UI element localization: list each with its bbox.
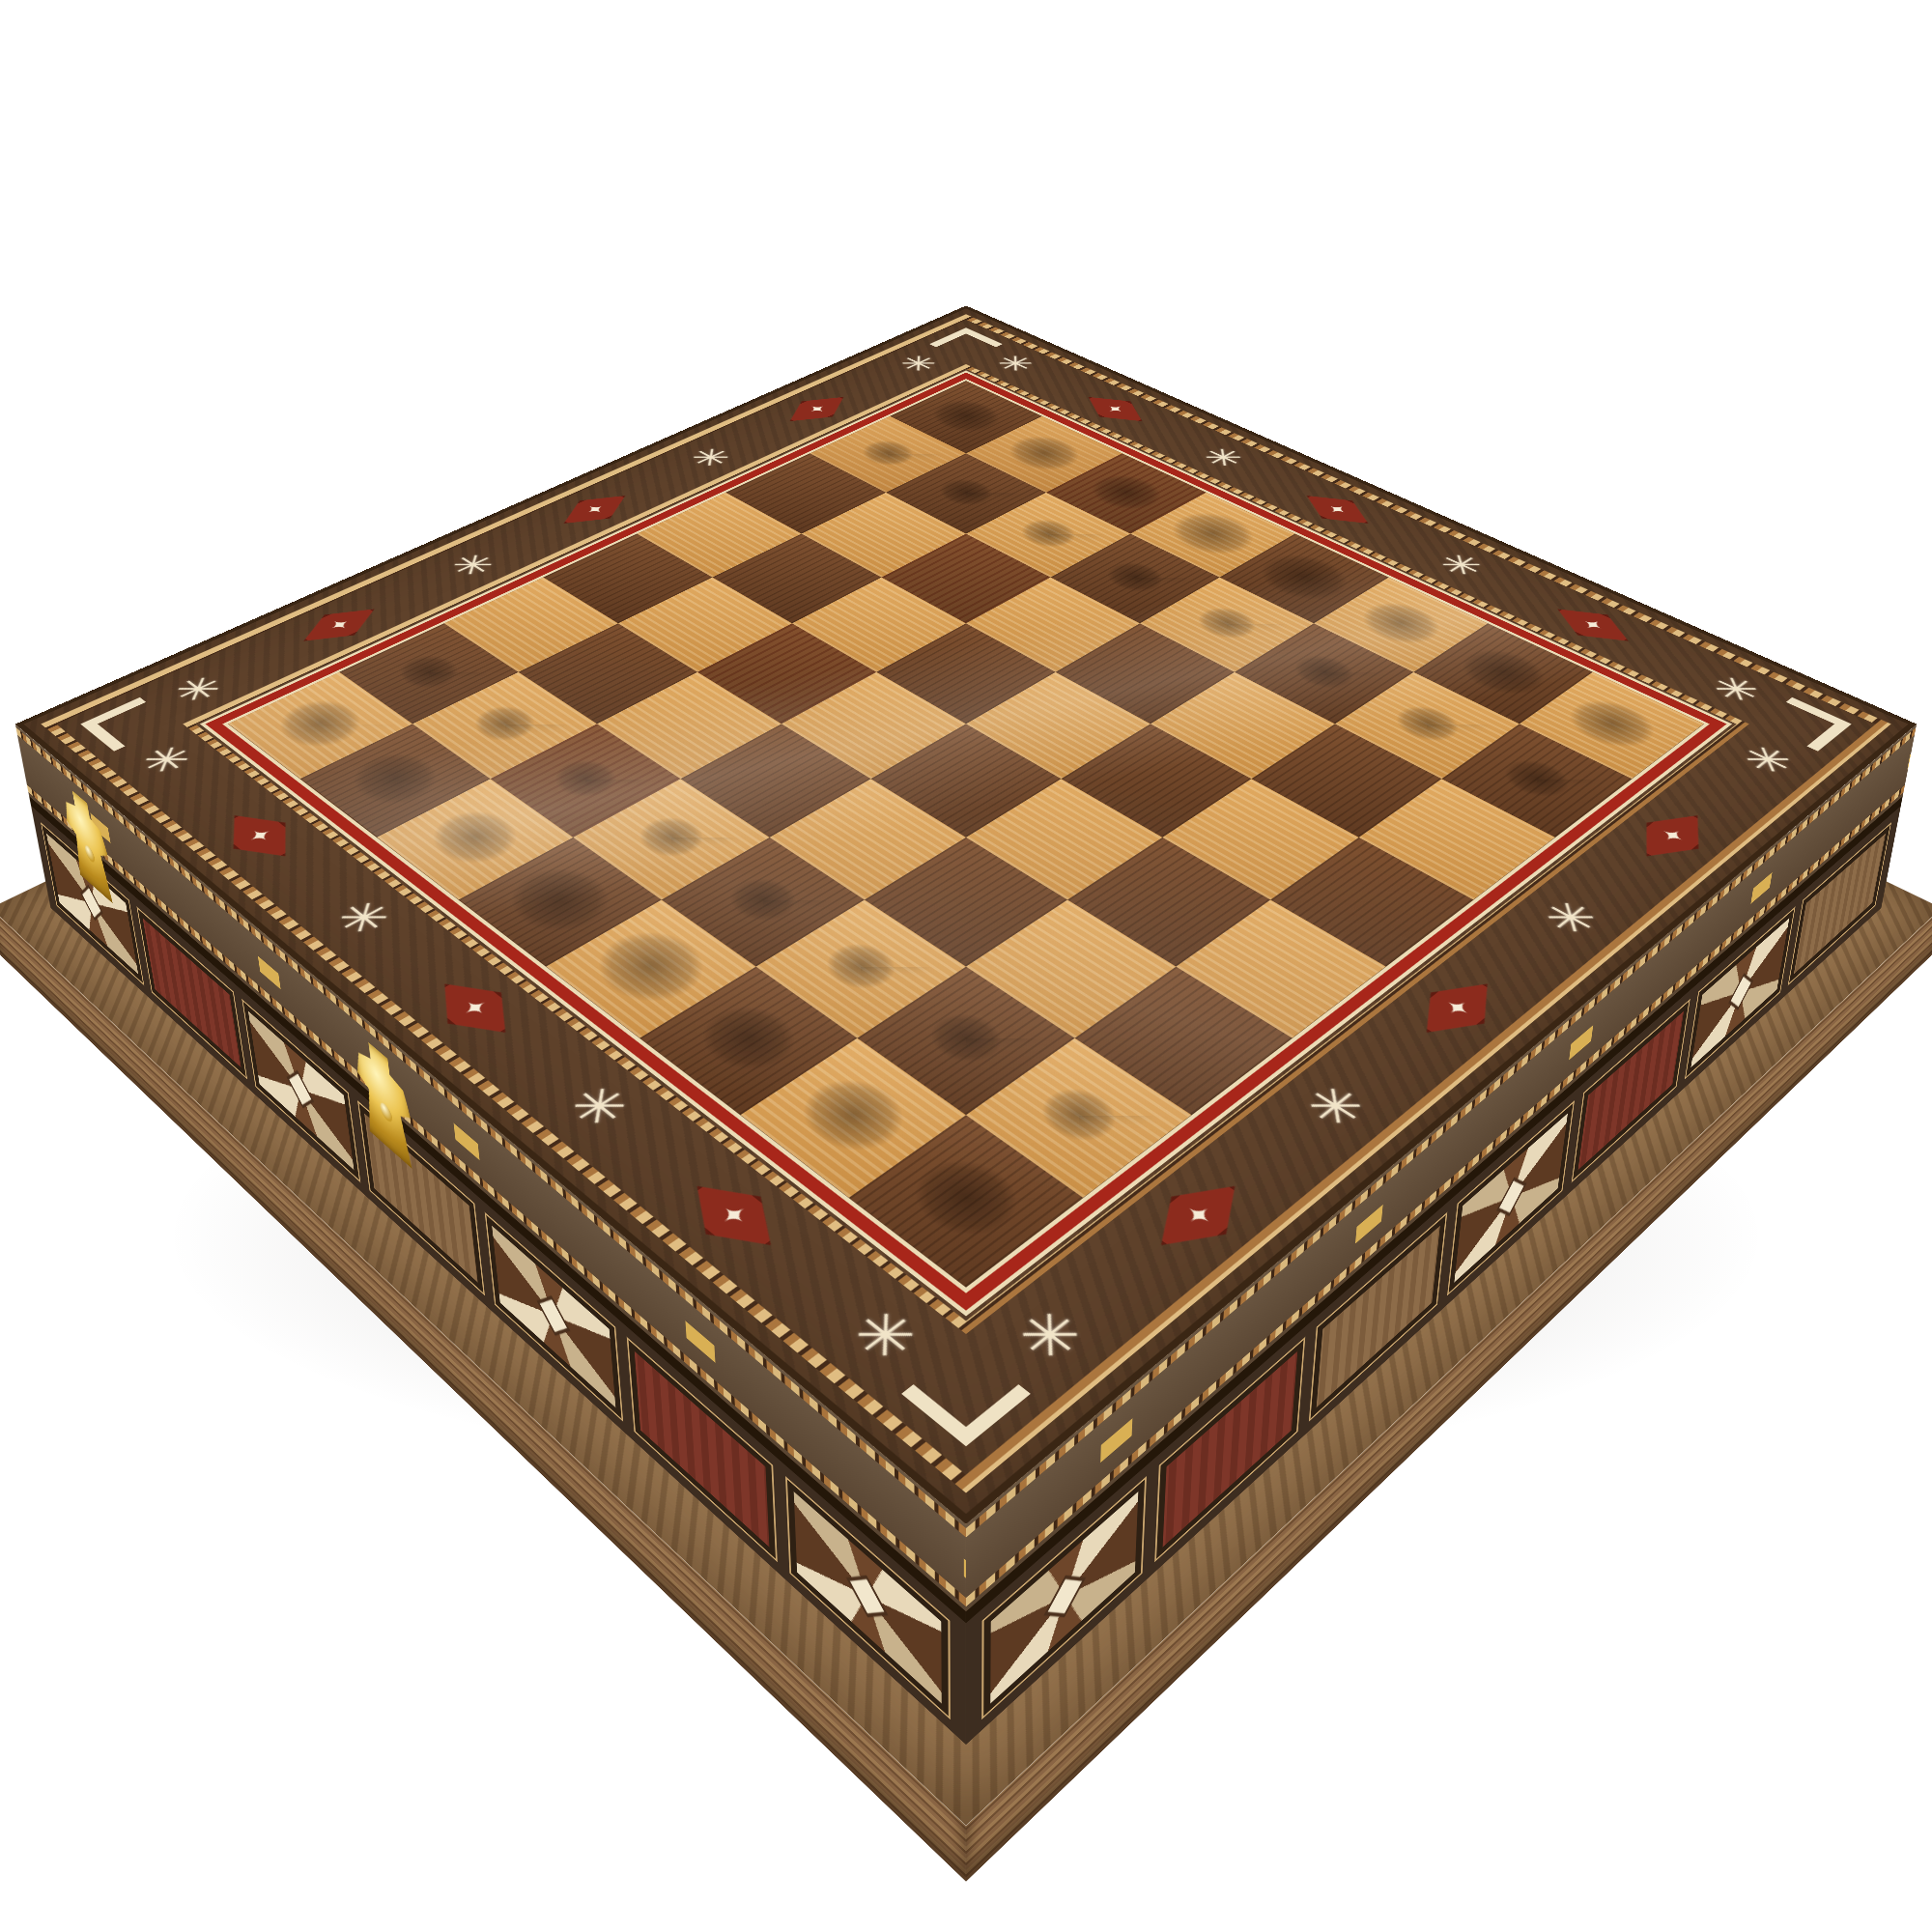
pearl-star-icon: ✦ bbox=[455, 995, 495, 1021]
board-top: ✳✦✳✦✳✦✳ ✳✦✳✦✳✦✳ ✳✦✳✦✳✦✳ ✳✦✳✦✳✦✳ ♜♞♝♛♚♝♞♜… bbox=[15, 305, 1917, 1523]
pearl-star-icon: ✳ bbox=[836, 1299, 931, 1374]
product-photo-scene: ✳✦✳✦✳✦✳ ✳✦✳✦✳✦✳ ✳✦✳✦✳✦✳ ✳✦✳✦✳✦✳ ♜♞♝♛♚♝♞♜… bbox=[0, 0, 1932, 1932]
white-rook-glyph: ♜ bbox=[711, 927, 1221, 1223]
pearl-star-icon: ✳ bbox=[1001, 1299, 1095, 1374]
scene-3d: ✳✦✳✦✳✦✳ ✳✦✳✦✳✦✳ ✳✦✳✦✳✦✳ ✳✦✳✦✳✦✳ ♜♞♝♛♚♝♞♜… bbox=[0, 0, 1932, 1932]
pearl-star-icon: ✦ bbox=[1177, 1200, 1220, 1232]
pearl-star-icon: ✦ bbox=[712, 1200, 755, 1232]
pearl-star-icon: ✦ bbox=[1438, 995, 1477, 1021]
pearl-star-icon: ✦ bbox=[1655, 825, 1690, 847]
pearl-star-icon: ✳ bbox=[1531, 894, 1608, 944]
pearl-star-icon: ✳ bbox=[323, 894, 402, 944]
black-pawn-glyph: ♟ bbox=[1330, 609, 1745, 797]
chess-box: ✳✦✳✦✳✦✳ ✳✦✳✦✳✦✳ ✳✦✳✦✳✦✳ ✳✦✳✦✳✦✳ ♜♞♝♛♚♝♞♜… bbox=[50, 459, 1881, 1745]
